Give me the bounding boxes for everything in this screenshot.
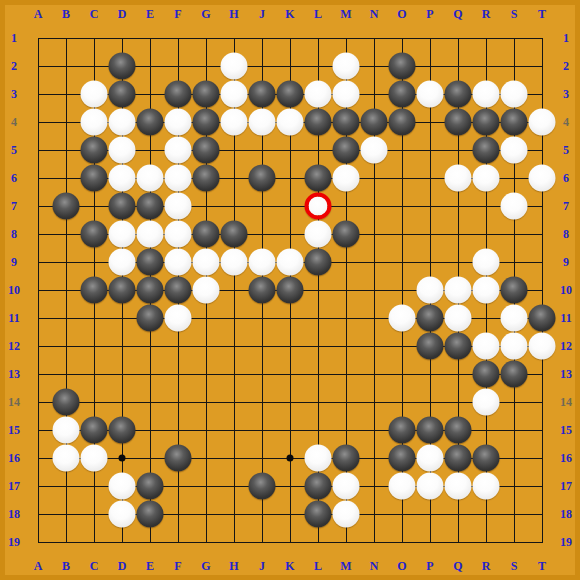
row-label-right: 7 bbox=[563, 200, 569, 212]
col-label-bottom: E bbox=[146, 560, 154, 572]
row-label-left: 4 bbox=[11, 116, 17, 128]
white-stone-N5 bbox=[361, 137, 388, 164]
col-label-top: A bbox=[34, 8, 43, 20]
black-stone-D15 bbox=[109, 417, 136, 444]
black-stone-C8 bbox=[81, 221, 108, 248]
col-label-bottom: K bbox=[285, 560, 294, 572]
white-stone-H2 bbox=[221, 53, 248, 80]
black-stone-J10 bbox=[249, 277, 276, 304]
black-stone-B14 bbox=[53, 389, 80, 416]
black-stone-F10 bbox=[165, 277, 192, 304]
black-stone-L6 bbox=[305, 165, 332, 192]
black-stone-G8 bbox=[193, 221, 220, 248]
black-stone-D10 bbox=[109, 277, 136, 304]
row-label-left: 5 bbox=[11, 144, 17, 156]
row-label-right: 11 bbox=[560, 312, 571, 324]
white-stone-Q6 bbox=[445, 165, 472, 192]
white-stone-L3 bbox=[305, 81, 332, 108]
col-label-top: T bbox=[538, 8, 546, 20]
col-label-top: M bbox=[340, 8, 351, 20]
col-label-bottom: S bbox=[511, 560, 518, 572]
row-label-left: 13 bbox=[8, 368, 20, 380]
star-point bbox=[287, 455, 294, 462]
row-label-right: 2 bbox=[563, 60, 569, 72]
white-stone-B16 bbox=[53, 445, 80, 472]
row-label-left: 14 bbox=[8, 396, 20, 408]
black-stone-C10 bbox=[81, 277, 108, 304]
black-stone-L9 bbox=[305, 249, 332, 276]
row-label-right: 5 bbox=[563, 144, 569, 156]
black-stone-J6 bbox=[249, 165, 276, 192]
row-label-left: 10 bbox=[8, 284, 20, 296]
row-label-right: 3 bbox=[563, 88, 569, 100]
black-stone-C15 bbox=[81, 417, 108, 444]
white-stone-H4 bbox=[221, 109, 248, 136]
black-stone-E10 bbox=[137, 277, 164, 304]
white-stone-E6 bbox=[137, 165, 164, 192]
black-stone-E18 bbox=[137, 501, 164, 528]
white-stone-D17 bbox=[109, 473, 136, 500]
white-stone-M18 bbox=[333, 501, 360, 528]
black-stone-L17 bbox=[305, 473, 332, 500]
black-stone-S10 bbox=[501, 277, 528, 304]
black-stone-S4 bbox=[501, 109, 528, 136]
white-stone-M3 bbox=[333, 81, 360, 108]
black-stone-H8 bbox=[221, 221, 248, 248]
black-stone-Q12 bbox=[445, 333, 472, 360]
white-stone-F4 bbox=[165, 109, 192, 136]
white-stone-Q17 bbox=[445, 473, 472, 500]
white-stone-C3 bbox=[81, 81, 108, 108]
black-stone-T11 bbox=[529, 305, 556, 332]
col-label-top: L bbox=[314, 8, 322, 20]
white-stone-O11 bbox=[389, 305, 416, 332]
row-label-right: 19 bbox=[560, 536, 572, 548]
white-stone-L8 bbox=[305, 221, 332, 248]
row-label-left: 15 bbox=[8, 424, 20, 436]
white-stone-H3 bbox=[221, 81, 248, 108]
black-stone-N4 bbox=[361, 109, 388, 136]
black-stone-R5 bbox=[473, 137, 500, 164]
col-label-bottom: J bbox=[259, 560, 265, 572]
white-stone-J9 bbox=[249, 249, 276, 276]
grid-line-horizontal bbox=[38, 402, 543, 403]
white-stone-D5 bbox=[109, 137, 136, 164]
white-stone-C4 bbox=[81, 109, 108, 136]
black-stone-J17 bbox=[249, 473, 276, 500]
white-stone-P10 bbox=[417, 277, 444, 304]
col-label-bottom: F bbox=[174, 560, 181, 572]
row-label-left: 9 bbox=[11, 256, 17, 268]
black-stone-R16 bbox=[473, 445, 500, 472]
col-label-bottom: A bbox=[34, 560, 43, 572]
star-point bbox=[119, 455, 126, 462]
row-label-right: 13 bbox=[560, 368, 572, 380]
col-label-bottom: T bbox=[538, 560, 546, 572]
black-stone-Q3 bbox=[445, 81, 472, 108]
black-stone-L4 bbox=[305, 109, 332, 136]
row-label-left: 1 bbox=[11, 32, 17, 44]
white-stone-S3 bbox=[501, 81, 528, 108]
white-stone-D8 bbox=[109, 221, 136, 248]
white-stone-B15 bbox=[53, 417, 80, 444]
col-label-top: G bbox=[201, 8, 210, 20]
white-stone-Q10 bbox=[445, 277, 472, 304]
black-stone-E17 bbox=[137, 473, 164, 500]
col-label-top: N bbox=[370, 8, 379, 20]
white-stone-S12 bbox=[501, 333, 528, 360]
white-stone-D4 bbox=[109, 109, 136, 136]
white-stone-M2 bbox=[333, 53, 360, 80]
white-stone-R6 bbox=[473, 165, 500, 192]
black-stone-M8 bbox=[333, 221, 360, 248]
black-stone-R13 bbox=[473, 361, 500, 388]
white-stone-K9 bbox=[277, 249, 304, 276]
col-label-top: C bbox=[90, 8, 99, 20]
black-stone-R4 bbox=[473, 109, 500, 136]
black-stone-M16 bbox=[333, 445, 360, 472]
black-stone-F3 bbox=[165, 81, 192, 108]
col-label-bottom: L bbox=[314, 560, 322, 572]
col-label-top: Q bbox=[453, 8, 462, 20]
black-stone-O3 bbox=[389, 81, 416, 108]
col-label-bottom: C bbox=[90, 560, 99, 572]
white-stone-S7 bbox=[501, 193, 528, 220]
white-stone-R9 bbox=[473, 249, 500, 276]
white-stone-D9 bbox=[109, 249, 136, 276]
white-stone-K4 bbox=[277, 109, 304, 136]
col-label-top: P bbox=[426, 8, 433, 20]
row-label-left: 11 bbox=[8, 312, 19, 324]
white-stone-S5 bbox=[501, 137, 528, 164]
white-stone-O17 bbox=[389, 473, 416, 500]
row-label-right: 17 bbox=[560, 480, 572, 492]
col-label-top: J bbox=[259, 8, 265, 20]
black-stone-G5 bbox=[193, 137, 220, 164]
black-stone-Q16 bbox=[445, 445, 472, 472]
black-stone-L18 bbox=[305, 501, 332, 528]
white-stone-Q11 bbox=[445, 305, 472, 332]
white-stone-R3 bbox=[473, 81, 500, 108]
col-label-top: R bbox=[482, 8, 491, 20]
black-stone-E4 bbox=[137, 109, 164, 136]
white-stone-F9 bbox=[165, 249, 192, 276]
black-stone-M4 bbox=[333, 109, 360, 136]
white-stone-T4 bbox=[529, 109, 556, 136]
grid-line-horizontal bbox=[38, 542, 543, 543]
col-label-bottom: G bbox=[201, 560, 210, 572]
white-stone-R10 bbox=[473, 277, 500, 304]
row-label-left: 7 bbox=[11, 200, 17, 212]
black-stone-J3 bbox=[249, 81, 276, 108]
row-label-left: 17 bbox=[8, 480, 20, 492]
white-stone-F8 bbox=[165, 221, 192, 248]
col-label-bottom: R bbox=[482, 560, 491, 572]
black-stone-E9 bbox=[137, 249, 164, 276]
black-stone-C6 bbox=[81, 165, 108, 192]
row-label-left: 6 bbox=[11, 172, 17, 184]
col-label-top: H bbox=[229, 8, 238, 20]
grid-line-horizontal bbox=[38, 374, 543, 375]
black-stone-Q4 bbox=[445, 109, 472, 136]
col-label-top: D bbox=[118, 8, 127, 20]
row-label-right: 10 bbox=[560, 284, 572, 296]
col-label-bottom: P bbox=[426, 560, 433, 572]
row-label-right: 9 bbox=[563, 256, 569, 268]
row-label-right: 1 bbox=[563, 32, 569, 44]
row-label-right: 18 bbox=[560, 508, 572, 520]
white-stone-M6 bbox=[333, 165, 360, 192]
black-stone-D7 bbox=[109, 193, 136, 220]
black-stone-O15 bbox=[389, 417, 416, 444]
white-stone-R17 bbox=[473, 473, 500, 500]
row-label-right: 8 bbox=[563, 228, 569, 240]
row-label-right: 12 bbox=[560, 340, 572, 352]
white-stone-T12 bbox=[529, 333, 556, 360]
col-label-bottom: N bbox=[370, 560, 379, 572]
black-stone-P11 bbox=[417, 305, 444, 332]
row-label-right: 15 bbox=[560, 424, 572, 436]
black-stone-D3 bbox=[109, 81, 136, 108]
go-board[interactable]: AABBCCDDEEFFGGHHJJKKLLMMNNOOPPQQRRSSTT11… bbox=[0, 0, 580, 580]
row-label-right: 14 bbox=[560, 396, 572, 408]
white-stone-P17 bbox=[417, 473, 444, 500]
col-label-bottom: O bbox=[397, 560, 406, 572]
white-stone-M17 bbox=[333, 473, 360, 500]
row-label-right: 6 bbox=[563, 172, 569, 184]
black-stone-G6 bbox=[193, 165, 220, 192]
white-stone-D18 bbox=[109, 501, 136, 528]
black-stone-O4 bbox=[389, 109, 416, 136]
row-label-right: 16 bbox=[560, 452, 572, 464]
black-stone-G4 bbox=[193, 109, 220, 136]
white-stone-P16 bbox=[417, 445, 444, 472]
white-stone-S11 bbox=[501, 305, 528, 332]
black-stone-D2 bbox=[109, 53, 136, 80]
col-label-top: O bbox=[397, 8, 406, 20]
black-stone-O2 bbox=[389, 53, 416, 80]
white-stone-C16 bbox=[81, 445, 108, 472]
white-stone-G10 bbox=[193, 277, 220, 304]
black-stone-P15 bbox=[417, 417, 444, 444]
white-stone-F5 bbox=[165, 137, 192, 164]
black-stone-E7 bbox=[137, 193, 164, 220]
white-stone-T6 bbox=[529, 165, 556, 192]
black-stone-K3 bbox=[277, 81, 304, 108]
col-label-bottom: M bbox=[340, 560, 351, 572]
row-label-left: 16 bbox=[8, 452, 20, 464]
col-label-top: F bbox=[174, 8, 181, 20]
row-label-left: 18 bbox=[8, 508, 20, 520]
col-label-top: K bbox=[285, 8, 294, 20]
black-stone-M5 bbox=[333, 137, 360, 164]
col-label-top: S bbox=[511, 8, 518, 20]
col-label-top: B bbox=[62, 8, 70, 20]
row-label-left: 12 bbox=[8, 340, 20, 352]
col-label-bottom: Q bbox=[453, 560, 462, 572]
white-stone-J4 bbox=[249, 109, 276, 136]
white-stone-L16 bbox=[305, 445, 332, 472]
black-stone-G3 bbox=[193, 81, 220, 108]
white-stone-R12 bbox=[473, 333, 500, 360]
white-stone-F11 bbox=[165, 305, 192, 332]
black-stone-B7 bbox=[53, 193, 80, 220]
black-stone-K10 bbox=[277, 277, 304, 304]
col-label-bottom: D bbox=[118, 560, 127, 572]
row-label-right: 4 bbox=[563, 116, 569, 128]
black-stone-E11 bbox=[137, 305, 164, 332]
black-stone-P12 bbox=[417, 333, 444, 360]
black-stone-S13 bbox=[501, 361, 528, 388]
white-stone-F6 bbox=[165, 165, 192, 192]
col-label-top: E bbox=[146, 8, 154, 20]
black-stone-Q15 bbox=[445, 417, 472, 444]
col-label-bottom: B bbox=[62, 560, 70, 572]
row-label-left: 3 bbox=[11, 88, 17, 100]
white-stone-R14 bbox=[473, 389, 500, 416]
white-stone-G9 bbox=[193, 249, 220, 276]
row-label-left: 8 bbox=[11, 228, 17, 240]
white-stone-F7 bbox=[165, 193, 192, 220]
col-label-bottom: H bbox=[229, 560, 238, 572]
black-stone-C5 bbox=[81, 137, 108, 164]
white-stone-P3 bbox=[417, 81, 444, 108]
row-label-left: 19 bbox=[8, 536, 20, 548]
white-stone-H9 bbox=[221, 249, 248, 276]
white-stone-D6 bbox=[109, 165, 136, 192]
black-stone-O16 bbox=[389, 445, 416, 472]
black-stone-F16 bbox=[165, 445, 192, 472]
last-move-white-stone-L7 bbox=[305, 193, 332, 220]
row-label-left: 2 bbox=[11, 60, 17, 72]
white-stone-E8 bbox=[137, 221, 164, 248]
